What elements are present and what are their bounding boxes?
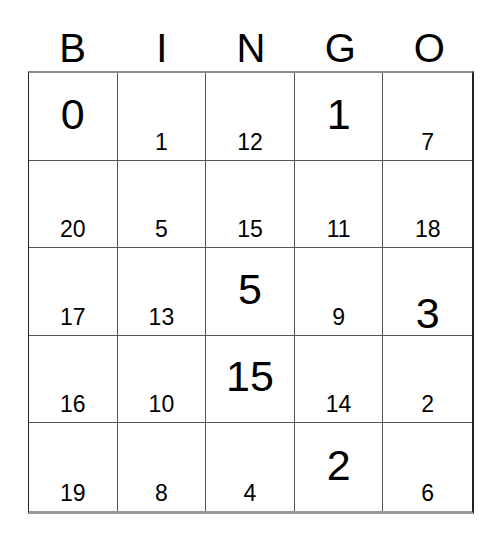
column-header-b: B bbox=[28, 0, 117, 71]
cell-number: 19 bbox=[29, 482, 117, 505]
cell-number: 5 bbox=[206, 268, 294, 311]
bingo-cell[interactable]: 11 bbox=[295, 161, 384, 249]
cell-number: 4 bbox=[206, 482, 294, 505]
bingo-card: BINGO 0112172051511181713593161015142198… bbox=[28, 0, 474, 514]
page: BINGO 0112172051511181713593161015142198… bbox=[0, 0, 500, 544]
cell-number: 13 bbox=[118, 306, 206, 329]
bingo-cell[interactable]: 15 bbox=[206, 336, 295, 424]
bingo-cell[interactable]: 14 bbox=[295, 336, 384, 424]
bingo-cell[interactable]: 5 bbox=[206, 248, 295, 336]
cell-number: 8 bbox=[118, 482, 206, 505]
bingo-cell[interactable]: 4 bbox=[206, 423, 295, 511]
bingo-cell[interactable]: 13 bbox=[118, 248, 207, 336]
cell-number: 18 bbox=[383, 218, 472, 241]
bingo-cell[interactable]: 1 bbox=[118, 73, 207, 161]
bingo-cell[interactable]: 8 bbox=[118, 423, 207, 511]
bingo-cell[interactable]: 19 bbox=[29, 423, 118, 511]
bingo-cell[interactable]: 1 bbox=[295, 73, 384, 161]
bingo-cell[interactable]: 2 bbox=[295, 423, 384, 511]
cell-number: 6 bbox=[383, 482, 472, 505]
cell-number: 1 bbox=[118, 131, 206, 154]
bingo-cell[interactable]: 3 bbox=[383, 248, 472, 336]
bingo-cell[interactable]: 12 bbox=[206, 73, 295, 161]
cell-number: 14 bbox=[295, 393, 383, 416]
bingo-cell[interactable]: 0 bbox=[29, 73, 118, 161]
cell-number: 2 bbox=[383, 393, 472, 416]
bingo-cell[interactable]: 15 bbox=[206, 161, 295, 249]
cell-number: 3 bbox=[383, 292, 472, 335]
cell-number: 15 bbox=[206, 218, 294, 241]
bingo-grid: 0112172051511181713593161015142198426 bbox=[28, 71, 474, 514]
column-header-n: N bbox=[206, 0, 295, 71]
column-header-o: O bbox=[385, 0, 474, 71]
bingo-cell[interactable]: 10 bbox=[118, 336, 207, 424]
column-headers: BINGO bbox=[28, 0, 474, 71]
cell-number: 16 bbox=[29, 393, 117, 416]
bingo-cell[interactable]: 16 bbox=[29, 336, 118, 424]
cell-number: 12 bbox=[206, 131, 294, 154]
cell-number: 11 bbox=[295, 218, 383, 241]
bingo-cell[interactable]: 9 bbox=[295, 248, 384, 336]
cell-number: 2 bbox=[295, 444, 383, 487]
bingo-cell[interactable]: 20 bbox=[29, 161, 118, 249]
cell-number: 15 bbox=[206, 355, 294, 398]
bingo-cell[interactable]: 6 bbox=[383, 423, 472, 511]
bingo-cell[interactable]: 17 bbox=[29, 248, 118, 336]
cell-number: 17 bbox=[29, 306, 117, 329]
column-header-i: I bbox=[117, 0, 206, 71]
bingo-cell[interactable]: 5 bbox=[118, 161, 207, 249]
column-header-g: G bbox=[296, 0, 385, 71]
cell-number: 5 bbox=[118, 218, 206, 241]
bingo-cell[interactable]: 2 bbox=[383, 336, 472, 424]
cell-number: 20 bbox=[29, 218, 117, 241]
cell-number: 10 bbox=[118, 393, 206, 416]
cell-number: 0 bbox=[29, 93, 117, 136]
cell-number: 9 bbox=[295, 306, 383, 329]
cell-number: 1 bbox=[295, 93, 383, 136]
cell-number: 7 bbox=[383, 131, 472, 154]
bingo-cell[interactable]: 18 bbox=[383, 161, 472, 249]
bingo-cell[interactable]: 7 bbox=[383, 73, 472, 161]
